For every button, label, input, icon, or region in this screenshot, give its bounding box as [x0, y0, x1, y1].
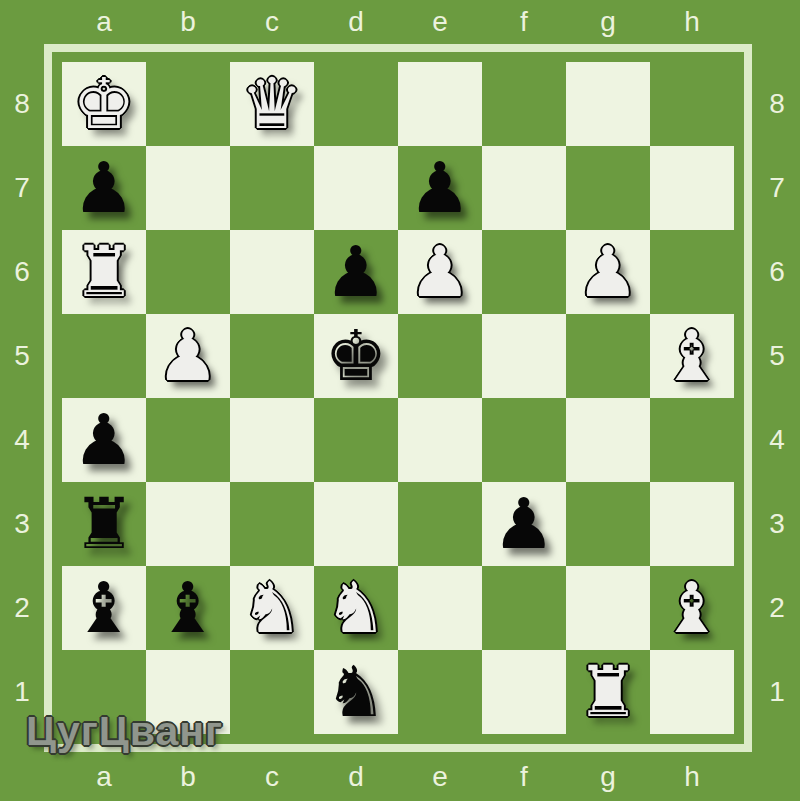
- square-h8[interactable]: [650, 62, 734, 146]
- square-c3[interactable]: [230, 482, 314, 566]
- rank-label-5: 5: [0, 314, 44, 398]
- white-knight-icon[interactable]: ♞: [314, 566, 398, 650]
- square-a4[interactable]: ♟: [62, 398, 146, 482]
- file-label-h: h: [650, 0, 734, 44]
- square-h6[interactable]: [650, 230, 734, 314]
- black-bishop-icon[interactable]: ♝: [62, 566, 146, 650]
- square-a5[interactable]: [62, 314, 146, 398]
- square-c2[interactable]: ♞: [230, 566, 314, 650]
- square-d4[interactable]: [314, 398, 398, 482]
- rank-label-1: 1: [754, 650, 800, 734]
- rank-label-5: 5: [754, 314, 800, 398]
- square-c5[interactable]: [230, 314, 314, 398]
- file-label-b: b: [146, 754, 230, 800]
- square-e2[interactable]: [398, 566, 482, 650]
- rank-label-7: 7: [754, 146, 800, 230]
- square-f1[interactable]: [482, 650, 566, 734]
- file-labels-bottom: abcdefgh: [62, 754, 734, 800]
- file-label-d: d: [314, 0, 398, 44]
- square-g5[interactable]: [566, 314, 650, 398]
- rank-label-6: 6: [754, 230, 800, 314]
- file-label-d: d: [314, 754, 398, 800]
- square-b7[interactable]: [146, 146, 230, 230]
- square-a8[interactable]: ♚: [62, 62, 146, 146]
- file-label-b: b: [146, 0, 230, 44]
- square-c4[interactable]: [230, 398, 314, 482]
- rank-label-2: 2: [754, 566, 800, 650]
- square-e8[interactable]: [398, 62, 482, 146]
- white-pawn-icon[interactable]: ♟: [398, 230, 482, 314]
- square-h3[interactable]: [650, 482, 734, 566]
- square-f2[interactable]: [482, 566, 566, 650]
- white-queen-icon[interactable]: ♛: [230, 62, 314, 146]
- square-c6[interactable]: [230, 230, 314, 314]
- square-b4[interactable]: [146, 398, 230, 482]
- square-g3[interactable]: [566, 482, 650, 566]
- white-rook-icon[interactable]: ♜: [566, 650, 650, 734]
- square-g8[interactable]: [566, 62, 650, 146]
- square-e3[interactable]: [398, 482, 482, 566]
- rank-label-2: 2: [0, 566, 44, 650]
- square-a2[interactable]: ♝: [62, 566, 146, 650]
- square-g7[interactable]: [566, 146, 650, 230]
- square-f3[interactable]: ♟: [482, 482, 566, 566]
- file-label-a: a: [62, 0, 146, 44]
- black-knight-icon[interactable]: ♞: [314, 650, 398, 734]
- square-f6[interactable]: [482, 230, 566, 314]
- square-e1[interactable]: [398, 650, 482, 734]
- square-d6[interactable]: ♟: [314, 230, 398, 314]
- watermark-text: ЦугЦванг: [26, 708, 223, 755]
- square-b6[interactable]: [146, 230, 230, 314]
- rank-labels-left: 87654321: [0, 62, 44, 734]
- square-h7[interactable]: [650, 146, 734, 230]
- file-label-a: a: [62, 754, 146, 800]
- square-h4[interactable]: [650, 398, 734, 482]
- black-pawn-icon[interactable]: ♟: [62, 146, 146, 230]
- square-f5[interactable]: [482, 314, 566, 398]
- rank-labels-right: 87654321: [754, 62, 800, 734]
- square-a3[interactable]: ♜: [62, 482, 146, 566]
- square-d8[interactable]: [314, 62, 398, 146]
- rank-label-4: 4: [0, 398, 44, 482]
- black-rook-icon[interactable]: ♜: [62, 482, 146, 566]
- rank-label-6: 6: [0, 230, 44, 314]
- square-b2[interactable]: ♝: [146, 566, 230, 650]
- rank-label-3: 3: [754, 482, 800, 566]
- square-d1[interactable]: ♞: [314, 650, 398, 734]
- square-e5[interactable]: [398, 314, 482, 398]
- rank-label-4: 4: [754, 398, 800, 482]
- file-label-f: f: [482, 754, 566, 800]
- square-d7[interactable]: [314, 146, 398, 230]
- square-c7[interactable]: [230, 146, 314, 230]
- square-a6[interactable]: ♜: [62, 230, 146, 314]
- black-pawn-icon[interactable]: ♟: [482, 482, 566, 566]
- file-label-e: e: [398, 754, 482, 800]
- black-pawn-icon[interactable]: ♟: [62, 398, 146, 482]
- rank-label-8: 8: [0, 62, 44, 146]
- square-f8[interactable]: [482, 62, 566, 146]
- file-label-e: e: [398, 0, 482, 44]
- white-rook-icon[interactable]: ♜: [62, 230, 146, 314]
- square-d5[interactable]: ♚: [314, 314, 398, 398]
- square-h2[interactable]: ♝: [650, 566, 734, 650]
- square-e4[interactable]: [398, 398, 482, 482]
- rank-label-3: 3: [0, 482, 44, 566]
- chess-board-screenshot: abcdefgh 87654321 87654321 abcdefgh ♚♛♟♟…: [0, 0, 800, 801]
- square-b8[interactable]: [146, 62, 230, 146]
- board-frame: ♚♛♟♟♜♟♟♟♟♚♝♟♜♟♝♝♞♞♝♞♜: [44, 44, 752, 752]
- square-a7[interactable]: ♟: [62, 146, 146, 230]
- file-label-c: c: [230, 0, 314, 44]
- board-grid: ♚♛♟♟♜♟♟♟♟♚♝♟♜♟♝♝♞♞♝♞♜: [62, 62, 734, 734]
- white-bishop-icon[interactable]: ♝: [650, 314, 734, 398]
- white-pawn-icon[interactable]: ♟: [566, 230, 650, 314]
- square-e7[interactable]: ♟: [398, 146, 482, 230]
- square-g1[interactable]: ♜: [566, 650, 650, 734]
- square-h1[interactable]: [650, 650, 734, 734]
- square-c1[interactable]: [230, 650, 314, 734]
- square-c8[interactable]: ♛: [230, 62, 314, 146]
- square-g6[interactable]: ♟: [566, 230, 650, 314]
- black-pawn-icon[interactable]: ♟: [398, 146, 482, 230]
- file-labels-top: abcdefgh: [62, 0, 734, 44]
- white-pawn-icon[interactable]: ♟: [146, 314, 230, 398]
- square-d3[interactable]: [314, 482, 398, 566]
- square-d2[interactable]: ♞: [314, 566, 398, 650]
- rank-label-7: 7: [0, 146, 44, 230]
- white-king-icon[interactable]: ♚: [62, 62, 146, 146]
- white-bishop-icon[interactable]: ♝: [650, 566, 734, 650]
- rank-label-8: 8: [754, 62, 800, 146]
- file-label-f: f: [482, 0, 566, 44]
- square-e6[interactable]: ♟: [398, 230, 482, 314]
- square-g2[interactable]: [566, 566, 650, 650]
- file-label-g: g: [566, 754, 650, 800]
- square-g4[interactable]: [566, 398, 650, 482]
- file-label-g: g: [566, 0, 650, 44]
- square-b3[interactable]: [146, 482, 230, 566]
- square-h5[interactable]: ♝: [650, 314, 734, 398]
- white-knight-icon[interactable]: ♞: [230, 566, 314, 650]
- square-f7[interactable]: [482, 146, 566, 230]
- file-label-c: c: [230, 754, 314, 800]
- black-king-icon[interactable]: ♚: [314, 314, 398, 398]
- square-b5[interactable]: ♟: [146, 314, 230, 398]
- square-f4[interactable]: [482, 398, 566, 482]
- black-bishop-icon[interactable]: ♝: [146, 566, 230, 650]
- file-label-h: h: [650, 754, 734, 800]
- black-pawn-icon[interactable]: ♟: [314, 230, 398, 314]
